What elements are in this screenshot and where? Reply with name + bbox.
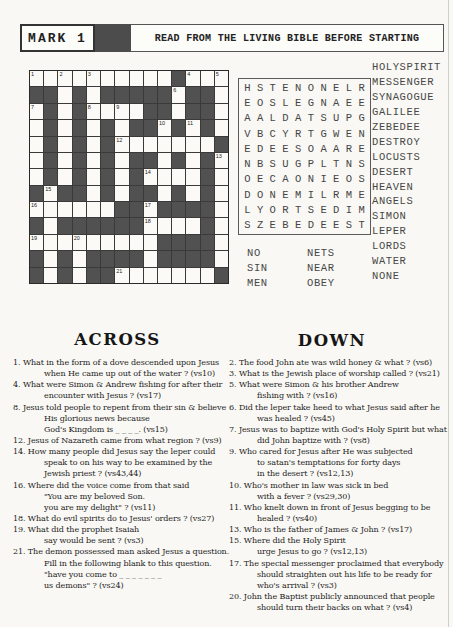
wordsearch-cell[interactable]: B bbox=[279, 218, 292, 233]
crossword-cell[interactable] bbox=[58, 137, 71, 152]
clue-line-18: 18. What do evil spirits do to Jesus' or… bbox=[13, 513, 231, 524]
crossword-cell[interactable] bbox=[115, 153, 128, 168]
crossword-block-cell bbox=[172, 71, 185, 86]
crossword-cell[interactable] bbox=[58, 202, 71, 217]
crossword-cell[interactable] bbox=[73, 251, 86, 266]
crossword-cell[interactable] bbox=[30, 137, 43, 152]
crossword-block-cell bbox=[201, 153, 214, 168]
wordsearch-cell[interactable]: Y bbox=[254, 202, 267, 217]
crossword-cell[interactable]: 17 bbox=[144, 202, 157, 217]
crossword-cell[interactable] bbox=[172, 169, 185, 184]
header-strip: MARK 1 READ FROM THE LIVING BIBLE BEFORE… bbox=[20, 24, 444, 52]
crossword-cell[interactable] bbox=[44, 235, 57, 250]
wordsearch-cell[interactable]: E bbox=[292, 218, 305, 233]
crossword-cell[interactable] bbox=[130, 104, 143, 119]
crossword-block-cell bbox=[44, 120, 57, 135]
crossword-block-cell bbox=[215, 137, 228, 152]
clue-line-8: 8. Jesus told people to repent from thei… bbox=[13, 402, 231, 413]
crossword-cell[interactable] bbox=[158, 153, 171, 168]
crossword-block-cell bbox=[101, 218, 114, 233]
crossword-block-cell bbox=[130, 120, 143, 135]
crossword-cell[interactable] bbox=[144, 268, 157, 283]
crossword-cell[interactable] bbox=[87, 120, 100, 135]
crossword-cell[interactable] bbox=[101, 235, 114, 250]
crossword-block-cell bbox=[101, 87, 114, 102]
crossword-block-cell bbox=[201, 120, 214, 135]
wordsearch-cell[interactable]: R bbox=[355, 80, 368, 95]
wordsearch-cell[interactable]: L bbox=[279, 95, 292, 110]
wordsearch-cell[interactable]: T bbox=[292, 202, 305, 217]
crossword-cell[interactable] bbox=[215, 104, 228, 119]
crossword-block-cell bbox=[215, 268, 228, 283]
crossword-block-cell bbox=[30, 87, 43, 102]
wordsearch-cell[interactable]: P bbox=[343, 111, 356, 126]
crossword-cell[interactable] bbox=[58, 87, 71, 102]
crossword-cell[interactable]: 20 bbox=[73, 235, 86, 250]
wordsearch-cell[interactable]: E bbox=[330, 172, 343, 187]
crossword-cell[interactable] bbox=[87, 169, 100, 184]
crossword-cell[interactable] bbox=[101, 71, 114, 86]
crossword-cell[interactable] bbox=[30, 153, 43, 168]
wordsearch-cell[interactable]: N bbox=[317, 80, 330, 95]
crossword-cell[interactable] bbox=[172, 137, 185, 152]
clue-number: 6 bbox=[173, 87, 176, 93]
crossword-cell[interactable] bbox=[58, 235, 71, 250]
crossword-cell[interactable] bbox=[87, 186, 100, 201]
wordsearch-cell[interactable]: N bbox=[241, 157, 254, 172]
crossword-cell[interactable] bbox=[87, 153, 100, 168]
wordsearch-cell[interactable]: R bbox=[292, 126, 305, 141]
crossword-cell[interactable] bbox=[115, 169, 128, 184]
clue-line-8: His glorious news because bbox=[13, 413, 231, 424]
wordsearch-cell[interactable]: M bbox=[292, 187, 305, 202]
crossword-cell[interactable]: 5 bbox=[215, 71, 228, 86]
clue-number: 13 bbox=[216, 153, 222, 159]
clue-line-13: 13. Who is the father of James & John ? … bbox=[229, 524, 453, 535]
crossword-cell[interactable] bbox=[115, 235, 128, 250]
wordsearch-cell[interactable]: E bbox=[330, 80, 343, 95]
crossword-block-cell bbox=[158, 104, 171, 119]
crossword-block-cell bbox=[44, 153, 57, 168]
crossword-block-cell bbox=[201, 218, 214, 233]
crossword-cell[interactable] bbox=[130, 268, 143, 283]
crossword-cell[interactable] bbox=[201, 71, 214, 86]
wordsearch-cell[interactable]: A bbox=[292, 111, 305, 126]
crossword-cell[interactable] bbox=[158, 218, 171, 233]
crossword-block-cell bbox=[130, 186, 143, 201]
crossword-block-cell bbox=[201, 104, 214, 119]
wordsearch-cell[interactable]: W bbox=[330, 126, 343, 141]
clue-line-16: 16. Where did the voice come from that s… bbox=[13, 480, 231, 491]
wordsearch-cell[interactable]: R bbox=[330, 187, 343, 202]
crossword-cell[interactable]: 14 bbox=[144, 169, 157, 184]
wordsearch-cell[interactable]: T bbox=[266, 80, 279, 95]
clue-number: 12 bbox=[116, 137, 122, 143]
down-title: DOWN bbox=[277, 331, 387, 350]
wordsearch-cell[interactable]: B bbox=[254, 126, 267, 141]
crossword-block-cell bbox=[44, 137, 57, 152]
crossword-cell[interactable] bbox=[87, 202, 100, 217]
crossword-cell[interactable] bbox=[215, 218, 228, 233]
clue-line-6: was healed ? (vs45) bbox=[229, 413, 453, 424]
wordsearch-cell[interactable]: E bbox=[266, 218, 279, 233]
crossword-cell[interactable] bbox=[87, 137, 100, 152]
wordsearch-cell[interactable]: E bbox=[254, 172, 267, 187]
wordsearch-cell[interactable]: L bbox=[241, 202, 254, 217]
wordsearch-cell[interactable]: T bbox=[355, 218, 368, 233]
wordsearch-cell[interactable]: N bbox=[266, 187, 279, 202]
crossword-block-cell bbox=[87, 218, 100, 233]
crossword-cell[interactable] bbox=[215, 235, 228, 250]
wordsearch-cell[interactable]: S bbox=[304, 202, 317, 217]
wordsearch-cell[interactable]: G bbox=[317, 126, 330, 141]
crossword-cell[interactable] bbox=[87, 87, 100, 102]
crossword-cell[interactable] bbox=[186, 218, 199, 233]
crossword-block-cell bbox=[186, 202, 199, 217]
crossword-cell[interactable] bbox=[87, 235, 100, 250]
crossword-cell[interactable] bbox=[158, 169, 171, 184]
wordsearch-cell[interactable]: O bbox=[266, 202, 279, 217]
wordsearch-cell[interactable]: S bbox=[254, 80, 267, 95]
crossword-block-cell bbox=[87, 268, 100, 283]
wordsearch-cell[interactable]: E bbox=[355, 187, 368, 202]
crossword-block-cell bbox=[73, 186, 86, 201]
crossword-block-cell bbox=[87, 251, 100, 266]
crossword-cell[interactable]: 8 bbox=[87, 104, 100, 119]
word-list-item: NO bbox=[247, 246, 268, 261]
crossword-cell[interactable] bbox=[115, 120, 128, 135]
clue-number: 21 bbox=[116, 268, 122, 274]
across-title: ACROSS bbox=[40, 330, 195, 349]
crossword-cell[interactable] bbox=[44, 268, 57, 283]
word-list-item: LEPER bbox=[372, 224, 441, 239]
wordsearch-cell[interactable]: T bbox=[330, 157, 343, 172]
crossword-grid: 123456789101112131415161718192021 bbox=[29, 70, 229, 284]
wordsearch-cell[interactable]: L bbox=[343, 80, 356, 95]
crossword-cell[interactable]: 12 bbox=[115, 137, 128, 152]
clue-line-6: 6. Did the leper take heed to what Jesus… bbox=[229, 402, 453, 413]
crossword-block-cell bbox=[172, 202, 185, 217]
crossword-cell[interactable] bbox=[30, 120, 43, 135]
word-list-item: LORDS bbox=[372, 239, 441, 254]
wordsearch-cell[interactable]: E bbox=[279, 80, 292, 95]
crossword-block-cell bbox=[58, 218, 71, 233]
wordsearch-grid: HSTENONELREOSLEGNAEEAALDATSUPGVBCYRTGWEN… bbox=[238, 78, 371, 235]
clue-number: 18 bbox=[145, 218, 151, 224]
crossword-cell[interactable]: 18 bbox=[144, 218, 157, 233]
crossword-cell[interactable] bbox=[58, 120, 71, 135]
word-list-item: SIN bbox=[247, 261, 268, 276]
wordsearch-cell[interactable]: I bbox=[343, 202, 356, 217]
clue-line-19: 19. What did the prophet Isaiah bbox=[13, 524, 231, 535]
wordsearch-cell[interactable]: A bbox=[330, 95, 343, 110]
wordsearch-cell[interactable]: H bbox=[241, 80, 254, 95]
wordsearch-cell[interactable]: E bbox=[317, 218, 330, 233]
wordsearch-cell[interactable]: D bbox=[254, 141, 267, 156]
wordsearch-cell[interactable]: E bbox=[292, 95, 305, 110]
crossword-cell[interactable]: 6 bbox=[172, 87, 185, 102]
crossword-cell[interactable] bbox=[186, 153, 199, 168]
wordsearch-cell[interactable]: E bbox=[355, 141, 368, 156]
crossword-block-cell bbox=[58, 186, 71, 201]
crossword-cell[interactable] bbox=[144, 71, 157, 86]
wordsearch-cell[interactable]: E bbox=[279, 187, 292, 202]
wordsearch-cell[interactable]: S bbox=[355, 157, 368, 172]
crossword-cell[interactable] bbox=[172, 218, 185, 233]
clue-line-16: "You are my beloved Son. bbox=[13, 491, 231, 502]
crossword-block-cell bbox=[172, 120, 185, 135]
word-list-item: SIMON bbox=[372, 209, 441, 224]
crossword-block-cell bbox=[101, 268, 114, 283]
wordsearch-cell[interactable]: E bbox=[330, 218, 343, 233]
crossword-cell[interactable]: 16 bbox=[30, 202, 43, 217]
wordsearch-cell[interactable]: E bbox=[355, 95, 368, 110]
crossword-cell[interactable]: 4 bbox=[186, 71, 199, 86]
word-list-item: NETS bbox=[307, 246, 335, 261]
crossword-block-cell bbox=[158, 87, 171, 102]
crossword-cell[interactable] bbox=[30, 169, 43, 184]
crossword-block-cell bbox=[30, 218, 43, 233]
wordsearch-cell[interactable]: T bbox=[304, 126, 317, 141]
wordsearch-cell[interactable]: V bbox=[241, 126, 254, 141]
wordsearch-cell[interactable]: E bbox=[279, 141, 292, 156]
wordsearch-cell[interactable]: A bbox=[254, 111, 267, 126]
wordsearch-cell[interactable]: L bbox=[266, 111, 279, 126]
clue-number: 9 bbox=[116, 104, 119, 110]
crossword-cell[interactable] bbox=[201, 268, 214, 283]
wordsearch-cell[interactable]: C bbox=[266, 126, 279, 141]
crossword-cell[interactable]: 1 bbox=[30, 71, 43, 86]
crossword-cell[interactable] bbox=[215, 169, 228, 184]
crossword-block-cell bbox=[144, 153, 157, 168]
clue-line-21: us demons" ? (vs24) bbox=[13, 580, 231, 591]
wordsearch-cell[interactable]: P bbox=[304, 157, 317, 172]
clue-line-17: should straighten out his life to be rea… bbox=[229, 569, 453, 580]
crossword-cell[interactable] bbox=[44, 71, 57, 86]
crossword-cell[interactable]: 7 bbox=[30, 104, 43, 119]
crossword-block-cell bbox=[158, 235, 171, 250]
wordsearch-cell[interactable]: O bbox=[304, 141, 317, 156]
crossword-cell[interactable] bbox=[73, 268, 86, 283]
clue-line-16: you are my delight" ? (vs11) bbox=[13, 502, 231, 513]
wordsearch-cell[interactable]: N bbox=[317, 95, 330, 110]
crossword-cell[interactable] bbox=[215, 87, 228, 102]
wordsearch-cell[interactable]: R bbox=[279, 202, 292, 217]
wordsearch-cell[interactable]: O bbox=[292, 172, 305, 187]
wordsearch-cell[interactable]: A bbox=[241, 111, 254, 126]
crossword-block-cell bbox=[73, 153, 86, 168]
wordsearch-cell[interactable]: E bbox=[266, 141, 279, 156]
wordsearch-cell[interactable]: L bbox=[317, 157, 330, 172]
crossword-cell[interactable]: 2 bbox=[58, 71, 71, 86]
wordsearch-cell[interactable]: G bbox=[304, 95, 317, 110]
clue-line-5: 5. What were Simon & his brother Andrew bbox=[229, 379, 453, 390]
wordsearch-cell[interactable]: D bbox=[279, 111, 292, 126]
wordsearch-cell[interactable]: E bbox=[343, 95, 356, 110]
clue-line-17: 17. The special messenger proclaimed tha… bbox=[229, 558, 453, 569]
word-list-item: ZEBEDEE bbox=[372, 120, 441, 135]
word-list-item: LOCUSTS bbox=[372, 150, 441, 165]
wordsearch-cell[interactable]: D bbox=[241, 187, 254, 202]
crossword-cell[interactable] bbox=[115, 71, 128, 86]
crossword-cell[interactable] bbox=[58, 153, 71, 168]
crossword-cell[interactable]: 11 bbox=[186, 120, 199, 135]
clue-number: 1 bbox=[31, 71, 34, 77]
wordsearch-cell[interactable]: G bbox=[292, 157, 305, 172]
crossword-cell[interactable] bbox=[130, 235, 143, 250]
crossword-cell[interactable] bbox=[215, 120, 228, 135]
crossword-cell[interactable] bbox=[101, 202, 114, 217]
wordsearch-cell[interactable]: E bbox=[343, 126, 356, 141]
crossword-block-cell bbox=[201, 202, 214, 217]
crossword-block-cell bbox=[101, 169, 114, 184]
crossword-cell[interactable] bbox=[186, 169, 199, 184]
crossword-cell[interactable] bbox=[172, 268, 185, 283]
wordsearch-cell[interactable]: S bbox=[317, 111, 330, 126]
wordsearch-cell[interactable]: U bbox=[279, 157, 292, 172]
crossword-cell[interactable] bbox=[144, 235, 157, 250]
wordsearch-cell[interactable]: S bbox=[355, 172, 368, 187]
crossword-cell[interactable] bbox=[58, 169, 71, 184]
crossword-block-cell bbox=[186, 235, 199, 250]
wordsearch-cell[interactable]: N bbox=[304, 172, 317, 187]
wordsearch-cell[interactable]: A bbox=[330, 141, 343, 156]
crossword-cell[interactable] bbox=[215, 186, 228, 201]
wordsearch-cell[interactable]: L bbox=[317, 187, 330, 202]
crossword-cell[interactable] bbox=[130, 71, 143, 86]
crossword-cell[interactable]: 13 bbox=[215, 153, 228, 168]
crossword-cell[interactable] bbox=[144, 137, 157, 152]
crossword-cell[interactable] bbox=[144, 251, 157, 266]
wordsearch-cell[interactable]: S bbox=[266, 157, 279, 172]
crossword-cell[interactable]: 3 bbox=[87, 71, 100, 86]
crossword-cell[interactable] bbox=[186, 268, 199, 283]
wordsearch-cell[interactable]: Y bbox=[279, 126, 292, 141]
crossword-block-cell bbox=[172, 235, 185, 250]
crossword-cell[interactable] bbox=[130, 137, 143, 152]
wordsearch-cell[interactable]: M bbox=[355, 202, 368, 217]
crossword-block-cell bbox=[201, 235, 214, 250]
wordsearch-cell[interactable]: O bbox=[304, 80, 317, 95]
wordsearch-cell[interactable]: M bbox=[343, 187, 356, 202]
wordsearch-cell[interactable]: D bbox=[330, 202, 343, 217]
clue-line-10: with a fever ? (vs29,30) bbox=[229, 491, 453, 502]
wordsearch-cell[interactable]: S bbox=[266, 95, 279, 110]
wordsearch-cell[interactable]: B bbox=[254, 157, 267, 172]
wordsearch-cell[interactable]: N bbox=[343, 157, 356, 172]
wordsearch-cell[interactable]: G bbox=[355, 111, 368, 126]
crossword-block-cell bbox=[144, 120, 157, 135]
crossword-block-cell bbox=[172, 251, 185, 266]
wordsearch-cell[interactable]: Z bbox=[254, 218, 267, 233]
word-list-item: SYNAGOGUE bbox=[372, 90, 441, 105]
wordsearch-cell[interactable]: A bbox=[279, 172, 292, 187]
clue-line-14: speak to on his way to be examined by th… bbox=[13, 457, 231, 468]
wordsearch-word-list-short-col2: NETSNEAROBEY bbox=[307, 246, 335, 290]
wordsearch-cell[interactable]: O bbox=[254, 187, 267, 202]
crossword-cell[interactable] bbox=[201, 137, 214, 152]
wordsearch-cell[interactable]: S bbox=[241, 218, 254, 233]
word-list-item: HOLYSPIRIT bbox=[372, 60, 441, 75]
crossword-block-cell bbox=[115, 202, 128, 217]
crossword-block-cell bbox=[172, 186, 185, 201]
crossword-cell[interactable] bbox=[115, 186, 128, 201]
crossword-cell[interactable] bbox=[186, 137, 199, 152]
wordsearch-cell[interactable]: C bbox=[266, 172, 279, 187]
clue-line-14: 14. How many people did Jesus say the le… bbox=[13, 446, 231, 457]
crossword-cell[interactable] bbox=[73, 202, 86, 217]
crossword-cell[interactable] bbox=[158, 268, 171, 283]
crossword-cell[interactable] bbox=[215, 202, 228, 217]
wordsearch-cell[interactable]: E bbox=[317, 202, 330, 217]
clue-number: 3 bbox=[88, 71, 91, 77]
crossword-block-cell bbox=[130, 251, 143, 266]
crossword-cell[interactable] bbox=[158, 71, 171, 86]
word-list-item: WATER bbox=[372, 254, 441, 269]
crossword-block-cell bbox=[172, 153, 185, 168]
clue-line-3: 3. What is the Jewish place of worship c… bbox=[229, 368, 453, 379]
wordsearch-cell[interactable]: N bbox=[292, 80, 305, 95]
crossword-block-cell bbox=[73, 137, 86, 152]
crossword-cell[interactable] bbox=[186, 186, 199, 201]
clue-number: 20 bbox=[74, 235, 80, 241]
wordsearch-cell[interactable]: I bbox=[317, 172, 330, 187]
wordsearch-cell[interactable]: O bbox=[343, 172, 356, 187]
crossword-cell[interactable]: 19 bbox=[30, 235, 43, 250]
wordsearch-cell[interactable]: O bbox=[254, 95, 267, 110]
wordsearch-cell[interactable]: D bbox=[304, 218, 317, 233]
crossword-cell[interactable] bbox=[73, 71, 86, 86]
puzzle-worksheet-page: MARK 1 READ FROM THE LIVING BIBLE BEFORE… bbox=[0, 0, 453, 627]
crossword-block-cell bbox=[144, 87, 157, 102]
wordsearch-cell[interactable]: T bbox=[304, 111, 317, 126]
word-list-item: HEAVEN bbox=[372, 180, 441, 195]
wordsearch-cell[interactable]: S bbox=[292, 141, 305, 156]
crossword-cell[interactable] bbox=[172, 104, 185, 119]
crossword-cell[interactable] bbox=[215, 251, 228, 266]
crossword-cell[interactable] bbox=[44, 218, 57, 233]
wordsearch-cell[interactable]: I bbox=[304, 187, 317, 202]
crossword-cell[interactable] bbox=[101, 104, 114, 119]
wordsearch-cell[interactable]: O bbox=[241, 172, 254, 187]
crossword-cell[interactable] bbox=[158, 186, 171, 201]
wordsearch-cell[interactable]: A bbox=[317, 141, 330, 156]
crossword-cell[interactable]: 15 bbox=[44, 186, 57, 201]
crossword-cell[interactable] bbox=[44, 202, 57, 217]
clue-line-20: 20. John the Baptist publicly announced … bbox=[229, 591, 453, 602]
wordsearch-cell[interactable]: E bbox=[241, 95, 254, 110]
crossword-block-cell bbox=[30, 268, 43, 283]
crossword-block-cell bbox=[73, 104, 86, 119]
crossword-cell[interactable]: 21 bbox=[115, 268, 128, 283]
crossword-cell[interactable]: 10 bbox=[158, 120, 171, 135]
wordsearch-cell[interactable]: E bbox=[241, 141, 254, 156]
crossword-cell[interactable] bbox=[44, 251, 57, 266]
crossword-cell[interactable] bbox=[58, 104, 71, 119]
crossword-cell[interactable] bbox=[158, 137, 171, 152]
crossword-block-cell bbox=[58, 251, 71, 266]
crossword-block-cell bbox=[73, 87, 86, 102]
clue-number: 7 bbox=[31, 104, 34, 110]
crossword-block-cell bbox=[201, 186, 214, 201]
wordsearch-cell[interactable]: R bbox=[343, 141, 356, 156]
wordsearch-cell[interactable]: U bbox=[330, 111, 343, 126]
wordsearch-cell[interactable]: S bbox=[343, 218, 356, 233]
crossword-block-cell bbox=[30, 251, 43, 266]
crossword-cell[interactable]: 9 bbox=[115, 104, 128, 119]
clue-line-14: Jewish priest ? (vs43,44) bbox=[13, 468, 231, 479]
wordsearch-cell[interactable]: N bbox=[355, 126, 368, 141]
